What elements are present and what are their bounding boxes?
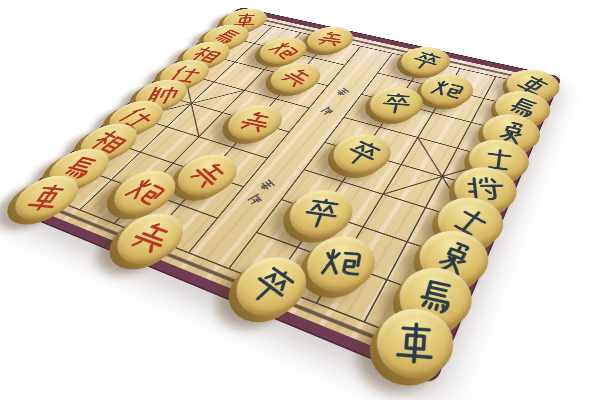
photo-canvas	[0, 0, 600, 400]
xiangqi-board	[22, 12, 551, 368]
river-inscription	[334, 87, 350, 97]
river-inscription	[320, 106, 336, 116]
river-inscription	[257, 179, 277, 193]
river-inscription	[246, 193, 265, 207]
